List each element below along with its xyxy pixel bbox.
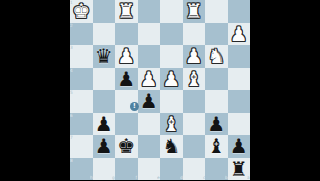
square-h6[interactable]: 6 (70, 113, 93, 136)
square-c5[interactable] (183, 90, 206, 113)
square-g7[interactable]: ♟ (93, 135, 116, 158)
piece-black-rook[interactable]: ♜ (228, 158, 251, 181)
square-h4[interactable]: 4 (70, 68, 93, 91)
rank-label-7: 7 (70, 135, 73, 139)
square-c4[interactable]: ♝ (183, 68, 206, 91)
piece-white-pawn[interactable]: ♟ (228, 23, 251, 46)
square-b2[interactable] (205, 23, 228, 46)
square-d2[interactable] (160, 23, 183, 46)
square-g1[interactable] (93, 0, 116, 23)
square-e4[interactable]: ♟ (138, 68, 161, 91)
piece-white-bishop[interactable]: ♝ (183, 68, 206, 91)
rank-label-5: 5 (70, 90, 73, 94)
square-d3[interactable] (160, 45, 183, 68)
rank-label-2: 2 (70, 23, 73, 27)
square-a2[interactable]: ♟ (228, 23, 251, 46)
piece-white-rook[interactable]: ♜ (115, 0, 138, 23)
move-annotation-badge: ! (130, 102, 140, 112)
square-e2[interactable] (138, 23, 161, 46)
square-g6[interactable]: ♟ (93, 113, 116, 136)
square-a7[interactable]: ♟ (228, 135, 251, 158)
piece-black-pawn[interactable]: ♟ (138, 90, 161, 113)
square-c6[interactable] (183, 113, 206, 136)
piece-black-pawn[interactable]: ♟ (205, 113, 228, 136)
square-c1[interactable]: ♜ (183, 0, 206, 23)
square-g3[interactable]: ♛ (93, 45, 116, 68)
square-a8[interactable]: a♜ (228, 158, 251, 181)
square-f1[interactable]: ♜ (115, 0, 138, 23)
square-a3[interactable] (228, 45, 251, 68)
square-f2[interactable] (115, 23, 138, 46)
square-d1[interactable] (160, 0, 183, 23)
square-e6[interactable] (138, 113, 161, 136)
square-e5[interactable]: ♟ (138, 90, 161, 113)
square-d7[interactable]: ♞ (160, 135, 183, 158)
square-b5[interactable] (205, 90, 228, 113)
square-h3[interactable]: 3 (70, 45, 93, 68)
square-g2[interactable] (93, 23, 116, 46)
move-annotation-symbol: ! (133, 103, 136, 110)
square-c3[interactable]: ♟ (183, 45, 206, 68)
piece-black-king[interactable]: ♚ (115, 135, 138, 158)
square-h1[interactable]: 1♚ (70, 0, 93, 23)
piece-white-bishop[interactable]: ♝ (160, 113, 183, 136)
piece-black-pawn[interactable]: ♟ (93, 113, 116, 136)
video-frame: 1♚♜♜2♟3♛♟♟♞4♟♟♟♝5♟6♟♝♟7♟♚♞♝♟8hgfedcba♜ ! (0, 0, 320, 180)
square-f3[interactable]: ♟ (115, 45, 138, 68)
square-c2[interactable] (183, 23, 206, 46)
square-c7[interactable] (183, 135, 206, 158)
square-c8[interactable]: c (183, 158, 206, 181)
square-d8[interactable]: d (160, 158, 183, 181)
piece-black-pawn[interactable]: ♟ (115, 68, 138, 91)
square-g4[interactable] (93, 68, 116, 91)
rank-label-4: 4 (70, 68, 73, 72)
piece-white-rook[interactable]: ♜ (183, 0, 206, 23)
square-e7[interactable] (138, 135, 161, 158)
square-h8[interactable]: 8h (70, 158, 93, 181)
square-e8[interactable]: e (138, 158, 161, 181)
piece-white-pawn[interactable]: ♟ (138, 68, 161, 91)
square-h7[interactable]: 7 (70, 135, 93, 158)
piece-white-knight[interactable]: ♞ (205, 45, 228, 68)
piece-white-pawn[interactable]: ♟ (160, 68, 183, 91)
square-d6[interactable]: ♝ (160, 113, 183, 136)
square-g5[interactable] (93, 90, 116, 113)
square-d5[interactable] (160, 90, 183, 113)
square-f8[interactable]: f (115, 158, 138, 181)
piece-black-bishop[interactable]: ♝ (205, 135, 228, 158)
piece-black-queen[interactable]: ♛ (93, 45, 116, 68)
square-b6[interactable]: ♟ (205, 113, 228, 136)
piece-white-king[interactable]: ♚ (70, 0, 93, 23)
square-f4[interactable]: ♟ (115, 68, 138, 91)
piece-black-pawn[interactable]: ♟ (93, 135, 116, 158)
square-b7[interactable]: ♝ (205, 135, 228, 158)
square-a5[interactable] (228, 90, 251, 113)
square-f6[interactable] (115, 113, 138, 136)
square-h5[interactable]: 5 (70, 90, 93, 113)
chess-board: 1♚♜♜2♟3♛♟♟♞4♟♟♟♝5♟6♟♝♟7♟♚♞♝♟8hgfedcba♜ ! (70, 0, 250, 180)
square-b3[interactable]: ♞ (205, 45, 228, 68)
rank-label-8: 8 (70, 158, 73, 162)
rank-label-3: 3 (70, 45, 73, 49)
piece-white-pawn[interactable]: ♟ (183, 45, 206, 68)
square-d4[interactable]: ♟ (160, 68, 183, 91)
square-h2[interactable]: 2 (70, 23, 93, 46)
square-b4[interactable] (205, 68, 228, 91)
square-b8[interactable]: b (205, 158, 228, 181)
piece-white-pawn[interactable]: ♟ (115, 45, 138, 68)
square-a6[interactable] (228, 113, 251, 136)
square-a1[interactable] (228, 0, 251, 23)
square-e3[interactable] (138, 45, 161, 68)
square-e1[interactable] (138, 0, 161, 23)
square-g8[interactable]: g (93, 158, 116, 181)
piece-black-pawn[interactable]: ♟ (228, 135, 251, 158)
square-b1[interactable] (205, 0, 228, 23)
piece-black-knight[interactable]: ♞ (160, 135, 183, 158)
square-f7[interactable]: ♚ (115, 135, 138, 158)
rank-label-6: 6 (70, 113, 73, 117)
square-a4[interactable] (228, 68, 251, 91)
